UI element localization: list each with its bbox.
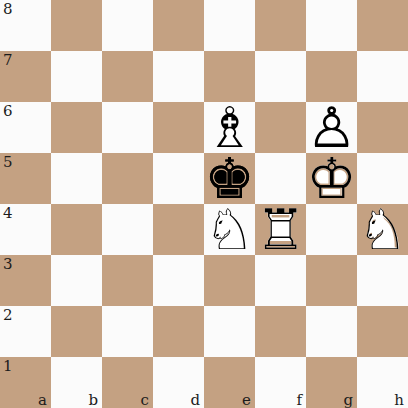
file-label-h: h	[394, 391, 404, 408]
white-rook[interactable]: ♜♖	[255, 204, 306, 255]
file-label-d: d	[190, 391, 200, 408]
rank-label-7: 7	[3, 51, 13, 70]
square-c8[interactable]	[102, 0, 153, 51]
white-knight[interactable]: ♞♘	[357, 204, 408, 255]
square-a2[interactable]: 2	[0, 306, 51, 357]
square-a3[interactable]: 3	[0, 255, 51, 306]
square-f7[interactable]	[255, 51, 306, 102]
white-king[interactable]: ♚♔	[306, 153, 357, 204]
square-h7[interactable]	[357, 51, 408, 102]
square-b3[interactable]	[51, 255, 102, 306]
white-king-outline-glyph: ♔	[306, 153, 357, 204]
square-h4[interactable]: ♞♘	[357, 204, 408, 255]
white-knight-outline-glyph: ♘	[204, 204, 255, 255]
square-c1[interactable]: c	[102, 357, 153, 408]
rank-label-5: 5	[3, 153, 13, 172]
square-f3[interactable]	[255, 255, 306, 306]
square-h6[interactable]	[357, 102, 408, 153]
square-f2[interactable]	[255, 306, 306, 357]
file-label-a: a	[38, 391, 47, 408]
square-d2[interactable]	[153, 306, 204, 357]
square-e8[interactable]	[204, 0, 255, 51]
rank-label-3: 3	[3, 255, 13, 274]
square-h1[interactable]: h	[357, 357, 408, 408]
square-g2[interactable]	[306, 306, 357, 357]
rank-label-8: 8	[3, 0, 13, 19]
file-label-b: b	[88, 391, 98, 408]
square-g5[interactable]: ♚♔	[306, 153, 357, 204]
square-e3[interactable]	[204, 255, 255, 306]
white-knight[interactable]: ♞♘	[204, 204, 255, 255]
square-c7[interactable]	[102, 51, 153, 102]
file-label-e: e	[242, 391, 251, 408]
square-g1[interactable]: g	[306, 357, 357, 408]
square-a7[interactable]: 7	[0, 51, 51, 102]
square-b7[interactable]	[51, 51, 102, 102]
file-label-g: g	[343, 391, 353, 408]
square-b1[interactable]: b	[51, 357, 102, 408]
square-e1[interactable]: e	[204, 357, 255, 408]
file-label-f: f	[296, 391, 302, 408]
square-f6[interactable]	[255, 102, 306, 153]
square-a5[interactable]: 5	[0, 153, 51, 204]
square-a6[interactable]: 6	[0, 102, 51, 153]
square-c5[interactable]	[102, 153, 153, 204]
square-a4[interactable]: 4	[0, 204, 51, 255]
rank-label-6: 6	[3, 102, 13, 121]
square-c6[interactable]	[102, 102, 153, 153]
chess-board-container: 876♝♗♟♙5♚♚♚♔4♞♘♜♖♞♘321abcdefgh	[0, 0, 408, 408]
square-d7[interactable]	[153, 51, 204, 102]
square-b5[interactable]	[51, 153, 102, 204]
square-b2[interactable]	[51, 306, 102, 357]
square-h3[interactable]	[357, 255, 408, 306]
square-f4[interactable]: ♜♖	[255, 204, 306, 255]
square-c2[interactable]	[102, 306, 153, 357]
rank-label-2: 2	[3, 306, 13, 325]
square-c4[interactable]	[102, 204, 153, 255]
square-h2[interactable]	[357, 306, 408, 357]
chess-board: 876♝♗♟♙5♚♚♚♔4♞♘♜♖♞♘321abcdefgh	[0, 0, 408, 408]
square-d4[interactable]	[153, 204, 204, 255]
square-e4[interactable]: ♞♘	[204, 204, 255, 255]
square-b8[interactable]	[51, 0, 102, 51]
square-d5[interactable]	[153, 153, 204, 204]
white-rook-outline-glyph: ♖	[255, 204, 306, 255]
square-d3[interactable]	[153, 255, 204, 306]
square-b6[interactable]	[51, 102, 102, 153]
square-g4[interactable]	[306, 204, 357, 255]
file-label-c: c	[141, 391, 149, 408]
square-c3[interactable]	[102, 255, 153, 306]
square-h8[interactable]	[357, 0, 408, 51]
rank-label-1: 1	[3, 357, 13, 376]
square-a8[interactable]: 8	[0, 0, 51, 51]
square-f8[interactable]	[255, 0, 306, 51]
square-a1[interactable]: 1a	[0, 357, 51, 408]
rank-label-4: 4	[3, 204, 13, 223]
square-g8[interactable]	[306, 0, 357, 51]
square-e2[interactable]	[204, 306, 255, 357]
square-b4[interactable]	[51, 204, 102, 255]
square-f1[interactable]: f	[255, 357, 306, 408]
square-d6[interactable]	[153, 102, 204, 153]
square-d1[interactable]: d	[153, 357, 204, 408]
square-g3[interactable]	[306, 255, 357, 306]
white-knight-outline-glyph: ♘	[357, 204, 408, 255]
square-d8[interactable]	[153, 0, 204, 51]
